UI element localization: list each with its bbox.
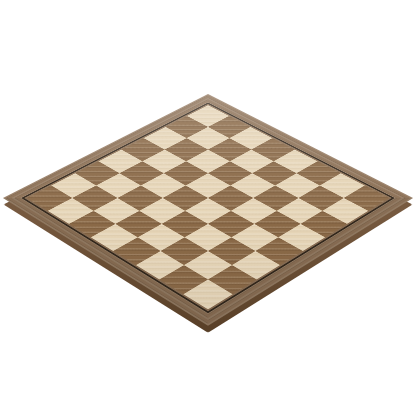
board-scene bbox=[0, 0, 416, 416]
product-photo-stage bbox=[0, 0, 416, 416]
chessboard bbox=[3, 94, 413, 326]
playing-field bbox=[27, 105, 389, 309]
